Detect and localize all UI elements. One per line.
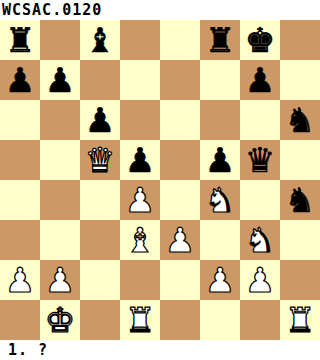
piece-white-rook: ♜ [285, 300, 315, 340]
square-d2[interactable] [120, 260, 160, 300]
piece-white-bishop: ♝ [125, 220, 155, 260]
square-e1[interactable] [160, 300, 200, 340]
piece-black-queen: ♛ [245, 140, 275, 180]
square-d6[interactable] [120, 100, 160, 140]
square-g2[interactable]: ♟ [240, 260, 280, 300]
piece-white-pawn: ♟ [165, 220, 195, 260]
title-bar: WCSAC.0120 [0, 0, 320, 20]
square-c1[interactable] [80, 300, 120, 340]
square-c4[interactable] [80, 180, 120, 220]
square-h6[interactable]: ♞ [280, 100, 320, 140]
square-c8[interactable]: ♝ [80, 20, 120, 60]
square-e2[interactable] [160, 260, 200, 300]
piece-white-king: ♚ [45, 300, 75, 340]
square-h1[interactable]: ♜ [280, 300, 320, 340]
status-bar: 1. ? [0, 340, 320, 360]
piece-black-bishop: ♝ [85, 20, 115, 60]
square-e7[interactable] [160, 60, 200, 100]
piece-black-pawn: ♟ [245, 60, 275, 100]
square-h2[interactable] [280, 260, 320, 300]
square-b4[interactable] [40, 180, 80, 220]
square-e6[interactable] [160, 100, 200, 140]
square-f2[interactable]: ♟ [200, 260, 240, 300]
square-h3[interactable] [280, 220, 320, 260]
square-g4[interactable] [240, 180, 280, 220]
square-d4[interactable]: ♟ [120, 180, 160, 220]
piece-white-knight: ♞ [245, 220, 275, 260]
square-g6[interactable] [240, 100, 280, 140]
square-c2[interactable] [80, 260, 120, 300]
piece-white-pawn: ♟ [245, 260, 275, 300]
piece-white-pawn: ♟ [205, 260, 235, 300]
square-c6[interactable]: ♟ [80, 100, 120, 140]
piece-black-pawn: ♟ [5, 60, 35, 100]
square-c7[interactable] [80, 60, 120, 100]
piece-black-pawn: ♟ [45, 60, 75, 100]
square-a1[interactable] [0, 300, 40, 340]
square-e5[interactable] [160, 140, 200, 180]
piece-white-knight: ♞ [205, 180, 235, 220]
square-d8[interactable] [120, 20, 160, 60]
square-f6[interactable] [200, 100, 240, 140]
square-b7[interactable]: ♟ [40, 60, 80, 100]
piece-black-rook: ♜ [205, 20, 235, 60]
piece-black-rook: ♜ [5, 20, 35, 60]
square-c3[interactable] [80, 220, 120, 260]
square-d7[interactable] [120, 60, 160, 100]
square-a7[interactable]: ♟ [0, 60, 40, 100]
square-f3[interactable] [200, 220, 240, 260]
square-h8[interactable] [280, 20, 320, 60]
piece-black-king: ♚ [245, 20, 275, 60]
square-d5[interactable]: ♟ [120, 140, 160, 180]
square-e8[interactable] [160, 20, 200, 60]
square-g8[interactable]: ♚ [240, 20, 280, 60]
square-b1[interactable]: ♚ [40, 300, 80, 340]
square-b3[interactable] [40, 220, 80, 260]
square-a2[interactable]: ♟ [0, 260, 40, 300]
square-f1[interactable] [200, 300, 240, 340]
square-h7[interactable] [280, 60, 320, 100]
square-f5[interactable]: ♟ [200, 140, 240, 180]
square-e3[interactable]: ♟ [160, 220, 200, 260]
square-a5[interactable] [0, 140, 40, 180]
square-f7[interactable] [200, 60, 240, 100]
square-h5[interactable] [280, 140, 320, 180]
piece-black-pawn: ♟ [125, 140, 155, 180]
piece-black-knight: ♞ [285, 100, 315, 140]
square-f4[interactable]: ♞ [200, 180, 240, 220]
square-b6[interactable] [40, 100, 80, 140]
square-g1[interactable] [240, 300, 280, 340]
piece-black-pawn: ♟ [205, 140, 235, 180]
square-b8[interactable] [40, 20, 80, 60]
square-c5[interactable]: ♛ [80, 140, 120, 180]
square-f8[interactable]: ♜ [200, 20, 240, 60]
square-d1[interactable]: ♜ [120, 300, 160, 340]
square-g5[interactable]: ♛ [240, 140, 280, 180]
move-prompt: 1. ? [8, 341, 48, 359]
square-g3[interactable]: ♞ [240, 220, 280, 260]
page-title: WCSAC.0120 [2, 1, 102, 19]
piece-white-pawn: ♟ [45, 260, 75, 300]
square-e4[interactable] [160, 180, 200, 220]
square-d3[interactable]: ♝ [120, 220, 160, 260]
square-g7[interactable]: ♟ [240, 60, 280, 100]
piece-black-knight: ♞ [285, 180, 315, 220]
square-a6[interactable] [0, 100, 40, 140]
square-b5[interactable] [40, 140, 80, 180]
chess-board: ♜♝♜♚♟♟♟♟♞♛♟♟♛♟♞♞♝♟♞♟♟♟♟♚♜♜ [0, 20, 320, 340]
square-b2[interactable]: ♟ [40, 260, 80, 300]
square-a3[interactable] [0, 220, 40, 260]
piece-white-queen: ♛ [85, 140, 115, 180]
piece-white-pawn: ♟ [5, 260, 35, 300]
piece-white-pawn: ♟ [125, 180, 155, 220]
piece-white-rook: ♜ [125, 300, 155, 340]
square-h4[interactable]: ♞ [280, 180, 320, 220]
square-a8[interactable]: ♜ [0, 20, 40, 60]
square-a4[interactable] [0, 180, 40, 220]
piece-black-pawn: ♟ [85, 100, 115, 140]
